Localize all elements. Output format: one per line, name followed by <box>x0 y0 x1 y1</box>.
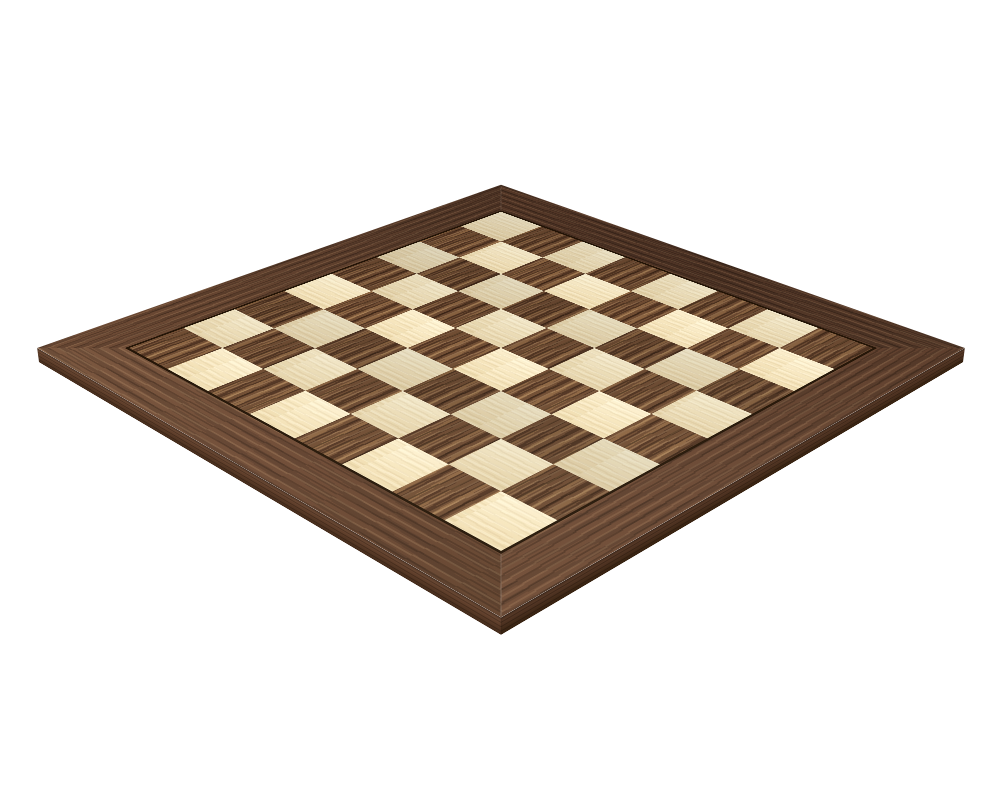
square-g2 <box>448 438 554 491</box>
square-g5 <box>599 369 697 414</box>
square-c2 <box>263 348 358 391</box>
square-h2 <box>501 464 610 520</box>
square-f2 <box>398 414 501 464</box>
square-d1 <box>250 391 350 439</box>
square-h4 <box>604 414 707 464</box>
square-b1 <box>167 348 262 391</box>
square-f5 <box>549 348 644 391</box>
square-h6 <box>697 369 795 414</box>
square-h1 <box>445 491 557 551</box>
square-f3 <box>451 391 551 439</box>
square-e1 <box>295 414 398 464</box>
square-g6 <box>644 348 739 391</box>
square-f1 <box>342 438 448 491</box>
square-h7 <box>739 348 834 391</box>
board-perspective-scene <box>151 0 851 748</box>
chess-board <box>37 185 965 618</box>
square-e4 <box>453 348 548 391</box>
square-d2 <box>305 369 403 414</box>
square-c1 <box>208 369 306 414</box>
square-h3 <box>554 438 660 491</box>
square-e2 <box>350 391 450 439</box>
frame-strip-near <box>37 328 560 617</box>
square-g1 <box>392 464 501 520</box>
product-photo-stage <box>0 0 1000 800</box>
square-e3 <box>403 369 501 414</box>
square-d3 <box>358 348 453 391</box>
square-h5 <box>652 391 752 439</box>
board-top-face <box>37 185 965 618</box>
square-f4 <box>501 369 599 414</box>
square-g4 <box>551 391 651 439</box>
square-g3 <box>501 414 604 464</box>
playing-area <box>129 212 873 551</box>
frame-strip-right <box>442 328 965 617</box>
